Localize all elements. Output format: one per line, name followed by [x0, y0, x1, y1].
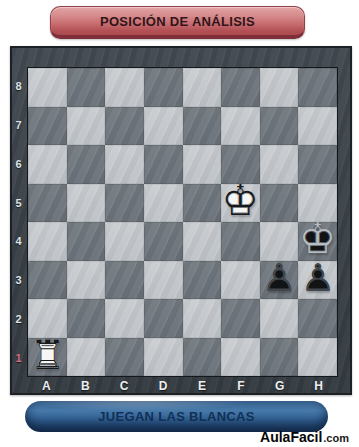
square-d3: [144, 261, 183, 300]
rank-label-2: 2: [10, 300, 27, 339]
square-c2: [105, 299, 144, 338]
square-d2: [144, 299, 183, 338]
file-label-a: A: [27, 377, 66, 395]
square-d4: [144, 222, 183, 261]
square-g8: [260, 68, 299, 107]
square-b8: [67, 68, 106, 107]
square-c4: [105, 222, 144, 261]
square-a8: [28, 68, 67, 107]
square-f6: [221, 145, 260, 184]
square-d1: [144, 338, 183, 377]
square-h6: [298, 145, 337, 184]
square-g1: [260, 338, 299, 377]
square-g7: [260, 107, 299, 146]
rank-label-1: 1: [10, 338, 27, 377]
square-g5: [260, 184, 299, 223]
square-d7: [144, 107, 183, 146]
square-h7: [298, 107, 337, 146]
board-grid: ♚♔♚♔♟♙♟♙♜♖: [27, 67, 338, 377]
square-e6: [183, 145, 222, 184]
square-e2: [183, 299, 222, 338]
square-g6: [260, 145, 299, 184]
file-label-f: F: [221, 377, 260, 395]
square-a2: [28, 299, 67, 338]
square-c1: [105, 338, 144, 377]
square-g2: [260, 299, 299, 338]
square-a6: [28, 145, 67, 184]
square-e3: [183, 261, 222, 300]
page: POSICIÓN DE ANÁLISIS 87654321 ♚♔♚♔♟♙♟♙♜♖…: [0, 0, 359, 447]
square-b5: [67, 184, 106, 223]
square-b3: [67, 261, 106, 300]
square-f1: [221, 338, 260, 377]
file-labels: ABCDEFGH: [27, 377, 338, 395]
turn-banner-label: JUEGAN LAS BLANCAS: [98, 409, 254, 424]
rank-label-3: 3: [10, 261, 27, 300]
square-c8: [105, 68, 144, 107]
rank-label-4: 4: [10, 222, 27, 261]
rank-label-6: 6: [10, 145, 27, 184]
white-king: ♚♔: [221, 184, 260, 223]
square-f3: [221, 261, 260, 300]
white-rook: ♜♖: [28, 338, 67, 377]
square-a5: [28, 184, 67, 223]
square-c3: [105, 261, 144, 300]
square-f7: [221, 107, 260, 146]
square-h1: [298, 338, 337, 377]
square-c6: [105, 145, 144, 184]
square-a4: [28, 222, 67, 261]
analysis-banner: POSICIÓN DE ANÁLISIS: [50, 6, 305, 39]
square-f8: [221, 68, 260, 107]
rank-labels: 87654321: [10, 67, 27, 377]
square-e5: [183, 184, 222, 223]
watermark: AulaFacil.com: [260, 429, 349, 445]
square-b7: [67, 107, 106, 146]
file-label-d: D: [144, 377, 183, 395]
square-f5: ♚♔: [221, 184, 260, 223]
square-h5: [298, 184, 337, 223]
file-label-h: H: [299, 377, 338, 395]
square-e7: [183, 107, 222, 146]
chess-board: 87654321 ♚♔♚♔♟♙♟♙♜♖ ABCDEFGH: [10, 46, 352, 395]
square-d5: [144, 184, 183, 223]
rank-label-5: 5: [10, 183, 27, 222]
file-label-c: C: [105, 377, 144, 395]
square-g3: ♟♙: [260, 261, 299, 300]
file-label-b: B: [66, 377, 105, 395]
square-h8: [298, 68, 337, 107]
square-f2: [221, 299, 260, 338]
square-g4: [260, 222, 299, 261]
square-h3: ♟♙: [298, 261, 337, 300]
square-f4: [221, 222, 260, 261]
square-a1: ♜♖: [28, 338, 67, 377]
rank-label-7: 7: [10, 106, 27, 145]
square-a3: [28, 261, 67, 300]
watermark-brand: AulaFacil: [260, 429, 322, 445]
file-label-e: E: [183, 377, 222, 395]
square-a7: [28, 107, 67, 146]
square-b6: [67, 145, 106, 184]
black-pawn: ♟♙: [298, 261, 337, 300]
square-b4: [67, 222, 106, 261]
black-king: ♚♔: [298, 222, 337, 261]
square-h2: [298, 299, 337, 338]
black-pawn: ♟♙: [260, 261, 299, 300]
square-d8: [144, 68, 183, 107]
turn-banner: JUEGAN LAS BLANCAS: [25, 401, 328, 432]
square-b1: [67, 338, 106, 377]
square-h4: ♚♔: [298, 222, 337, 261]
square-b2: [67, 299, 106, 338]
rank-label-8: 8: [10, 67, 27, 106]
square-c5: [105, 184, 144, 223]
watermark-tld: .com: [323, 432, 349, 444]
square-d6: [144, 145, 183, 184]
analysis-banner-label: POSICIÓN DE ANÁLISIS: [100, 14, 255, 29]
file-label-g: G: [260, 377, 299, 395]
square-e4: [183, 222, 222, 261]
square-e8: [183, 68, 222, 107]
square-c7: [105, 107, 144, 146]
square-e1: [183, 338, 222, 377]
